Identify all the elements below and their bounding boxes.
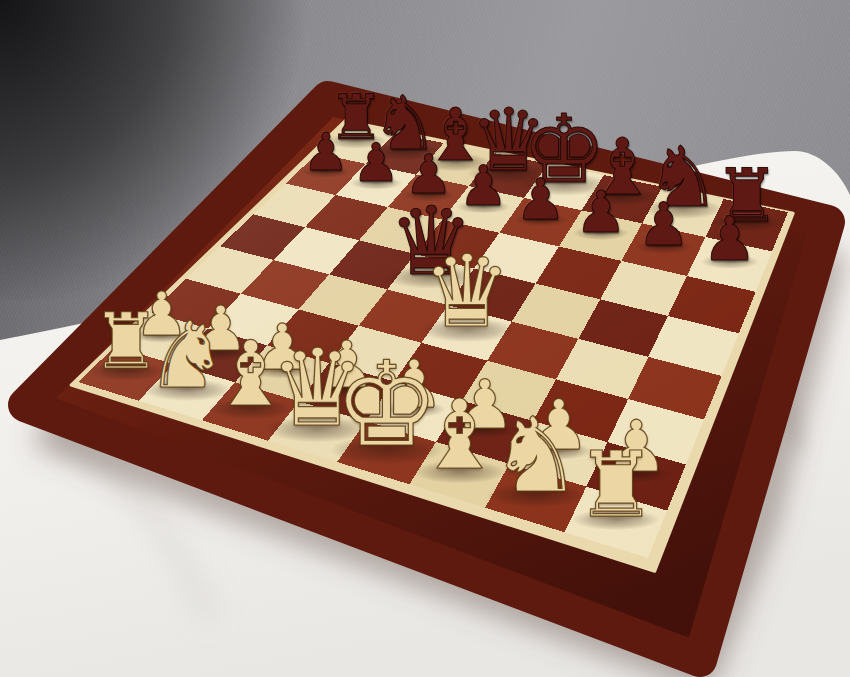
pieces-layer: ♜♞♝♟♛♟♚♟♝♟♞♟♜♟♟♟♛♛♟♟♟♜♟♞♝♟♛♟♚♟♝♟♞♜ xyxy=(0,0,850,677)
piece-red-pawn-b7: ♟ xyxy=(352,137,400,190)
piece-white-knight-g1: ♞ xyxy=(490,404,583,507)
piece-red-pawn-f7: ♟ xyxy=(575,183,627,241)
piece-red-pawn-a7: ♟ xyxy=(303,127,350,179)
piece-white-rook-h1: ♜ xyxy=(575,440,656,531)
piece-red-pawn-g7: ♟ xyxy=(637,196,690,255)
photo-scene: ♜♞♝♟♛♟♚♟♝♟♞♟♜♟♟♟♛♛♟♟♟♜♟♞♝♟♛♟♚♟♝♟♞♜ xyxy=(0,0,850,677)
piece-white-queen-e4: ♛ xyxy=(422,243,511,343)
piece-red-pawn-h7: ♟ xyxy=(702,209,757,270)
piece-red-pawn-e7: ♟ xyxy=(515,171,566,228)
